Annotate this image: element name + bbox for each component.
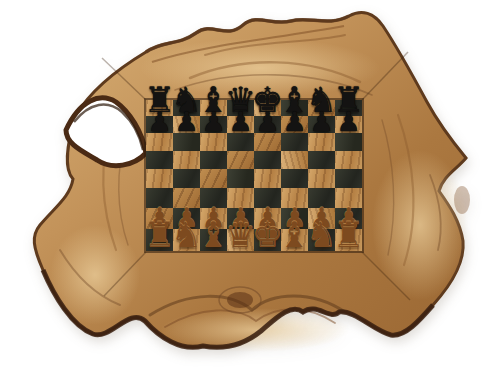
square-d4[interactable]	[227, 169, 254, 188]
white-rook[interactable]: ♜	[333, 218, 364, 253]
square-h1[interactable]: ♜	[335, 229, 362, 251]
square-h6[interactable]	[335, 133, 362, 151]
square-g4[interactable]	[308, 169, 335, 188]
black-pawn[interactable]: ♟	[255, 108, 279, 135]
scene: ♜♞♝♛♚♝♞♜♟♟♟♟♟♟♟♟♟♟♟♟♟♟♟♟♜♞♝♛♚♝♞♜	[0, 0, 500, 375]
chess-board: ♜♞♝♛♚♝♞♜♟♟♟♟♟♟♟♟♟♟♟♟♟♟♟♟♜♞♝♛♚♝♞♜	[146, 100, 362, 251]
square-h5[interactable]	[335, 151, 362, 169]
square-c4[interactable]	[200, 169, 227, 188]
square-e6[interactable]	[254, 133, 281, 151]
square-h4[interactable]	[335, 169, 362, 188]
square-d6[interactable]	[227, 133, 254, 151]
square-a7[interactable]: ♟	[146, 116, 173, 133]
square-c6[interactable]	[200, 133, 227, 151]
square-g6[interactable]	[308, 133, 335, 151]
square-g5[interactable]	[308, 151, 335, 169]
square-f4[interactable]	[281, 169, 308, 188]
square-a4[interactable]	[146, 169, 173, 188]
black-pawn[interactable]: ♟	[336, 108, 360, 135]
square-c7[interactable]: ♟	[200, 116, 227, 133]
square-e7[interactable]: ♟	[254, 116, 281, 133]
square-e5[interactable]	[254, 151, 281, 169]
square-d7[interactable]: ♟	[227, 116, 254, 133]
square-b6[interactable]	[173, 133, 200, 151]
square-c5[interactable]	[200, 151, 227, 169]
square-a5[interactable]	[146, 151, 173, 169]
square-f5[interactable]	[281, 151, 308, 169]
square-g7[interactable]: ♟	[308, 116, 335, 133]
square-c1[interactable]: ♝	[200, 229, 227, 251]
black-pawn[interactable]: ♟	[147, 108, 171, 135]
square-a1[interactable]: ♜	[146, 229, 173, 251]
black-pawn[interactable]: ♟	[309, 108, 333, 135]
square-b7[interactable]: ♟	[173, 116, 200, 133]
square-f1[interactable]: ♝	[281, 229, 308, 251]
square-b4[interactable]	[173, 169, 200, 188]
black-pawn[interactable]: ♟	[174, 108, 198, 135]
square-f6[interactable]	[281, 133, 308, 151]
square-b1[interactable]: ♞	[173, 229, 200, 251]
square-f7[interactable]: ♟	[281, 116, 308, 133]
square-d1[interactable]: ♛	[227, 229, 254, 251]
square-h7[interactable]: ♟	[335, 116, 362, 133]
black-pawn[interactable]: ♟	[282, 108, 306, 135]
square-g1[interactable]: ♞	[308, 229, 335, 251]
black-pawn[interactable]: ♟	[201, 108, 225, 135]
square-b5[interactable]	[173, 151, 200, 169]
black-pawn[interactable]: ♟	[228, 108, 252, 135]
square-e4[interactable]	[254, 169, 281, 188]
square-e1[interactable]: ♚	[254, 229, 281, 251]
square-d5[interactable]	[227, 151, 254, 169]
square-a6[interactable]	[146, 133, 173, 151]
